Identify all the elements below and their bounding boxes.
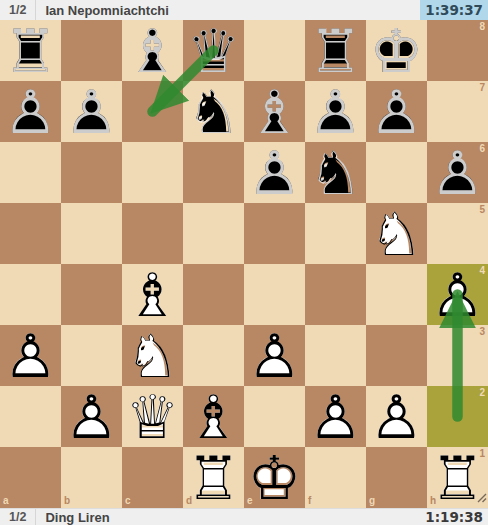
piece-wQ-c2[interactable]: ♛♕ bbox=[122, 386, 183, 447]
piece-wN-c3[interactable]: ♞♘ bbox=[122, 325, 183, 386]
piece-wP-a3[interactable]: ♟♙ bbox=[0, 325, 61, 386]
square-h7[interactable]: 7 bbox=[427, 81, 488, 142]
square-b8[interactable] bbox=[61, 20, 122, 81]
piece-bP-g7[interactable]: ♟♙ bbox=[366, 81, 427, 142]
square-a8[interactable]: ♜♖ bbox=[0, 20, 61, 81]
square-c3[interactable]: ♞♘ bbox=[122, 325, 183, 386]
piece-wK-e1[interactable]: ♚♔ bbox=[244, 447, 305, 508]
square-a4[interactable] bbox=[0, 264, 61, 325]
square-b1[interactable]: b bbox=[61, 447, 122, 508]
square-c8[interactable]: ♝♗ bbox=[122, 20, 183, 81]
bottom-player-bar: 1/2 Ding Liren 1:19:38 bbox=[0, 508, 488, 525]
square-d2[interactable]: ♝♗ bbox=[183, 386, 244, 447]
square-h8[interactable]: 8 bbox=[427, 20, 488, 81]
square-f1[interactable]: f bbox=[305, 447, 366, 508]
square-b5[interactable] bbox=[61, 203, 122, 264]
piece-wR-d1[interactable]: ♜♖ bbox=[183, 447, 244, 508]
square-d4[interactable] bbox=[183, 264, 244, 325]
square-f5[interactable] bbox=[305, 203, 366, 264]
board-resize-handle-icon[interactable] bbox=[476, 489, 487, 507]
piece-bN-d7[interactable]: ♞♘ bbox=[183, 81, 244, 142]
coord-file-f: f bbox=[308, 496, 311, 506]
coord-rank-3: 3 bbox=[479, 327, 485, 337]
square-b7[interactable]: ♟♙ bbox=[61, 81, 122, 142]
square-h2[interactable]: 2 bbox=[427, 386, 488, 447]
square-h6[interactable]: 6♟♙ bbox=[427, 142, 488, 203]
square-d6[interactable] bbox=[183, 142, 244, 203]
square-e6[interactable]: ♟♙ bbox=[244, 142, 305, 203]
piece-bN-f6[interactable]: ♞♘ bbox=[305, 142, 366, 203]
square-d3[interactable] bbox=[183, 325, 244, 386]
square-a6[interactable] bbox=[0, 142, 61, 203]
chess-board: ♜♖♝♗♛♕♜♖♚♔8♟♙♟♙♞♘♝♗♟♙♟♙7♟♙♞♘6♟♙♞♘5♝♗4♟♙♟… bbox=[0, 20, 488, 508]
square-b4[interactable] bbox=[61, 264, 122, 325]
piece-bB-e7[interactable]: ♝♗ bbox=[244, 81, 305, 142]
square-e7[interactable]: ♝♗ bbox=[244, 81, 305, 142]
piece-bP-h6[interactable]: ♟♙ bbox=[427, 142, 488, 203]
piece-wP-f2[interactable]: ♟♙ bbox=[305, 386, 366, 447]
square-e4[interactable] bbox=[244, 264, 305, 325]
square-g3[interactable] bbox=[366, 325, 427, 386]
square-d5[interactable] bbox=[183, 203, 244, 264]
square-f3[interactable] bbox=[305, 325, 366, 386]
piece-wB-c4[interactable]: ♝♗ bbox=[122, 264, 183, 325]
piece-bR-f8[interactable]: ♜♖ bbox=[305, 20, 366, 81]
square-e5[interactable] bbox=[244, 203, 305, 264]
bottom-player-name: Ding Liren bbox=[36, 510, 109, 525]
piece-bB-c8[interactable]: ♝♗ bbox=[122, 20, 183, 81]
square-c7[interactable] bbox=[122, 81, 183, 142]
square-b3[interactable] bbox=[61, 325, 122, 386]
square-d7[interactable]: ♞♘ bbox=[183, 81, 244, 142]
square-c2[interactable]: ♛♕ bbox=[122, 386, 183, 447]
piece-wP-b2[interactable]: ♟♙ bbox=[61, 386, 122, 447]
square-g8[interactable]: ♚♔ bbox=[366, 20, 427, 81]
square-a2[interactable] bbox=[0, 386, 61, 447]
piece-bP-b7[interactable]: ♟♙ bbox=[61, 81, 122, 142]
square-g4[interactable] bbox=[366, 264, 427, 325]
square-b2[interactable]: ♟♙ bbox=[61, 386, 122, 447]
coord-rank-5: 5 bbox=[479, 205, 485, 215]
square-g2[interactable]: ♟♙ bbox=[366, 386, 427, 447]
square-f6[interactable]: ♞♘ bbox=[305, 142, 366, 203]
square-e3[interactable]: ♟♙ bbox=[244, 325, 305, 386]
piece-wB-d2[interactable]: ♝♗ bbox=[183, 386, 244, 447]
square-a7[interactable]: ♟♙ bbox=[0, 81, 61, 142]
square-c1[interactable]: c bbox=[122, 447, 183, 508]
square-g7[interactable]: ♟♙ bbox=[366, 81, 427, 142]
square-d1[interactable]: d♜♖ bbox=[183, 447, 244, 508]
square-c5[interactable] bbox=[122, 203, 183, 264]
piece-bR-a8[interactable]: ♜♖ bbox=[0, 20, 61, 81]
board-container: ♜♖♝♗♛♕♜♖♚♔8♟♙♟♙♞♘♝♗♟♙♟♙7♟♙♞♘6♟♙♞♘5♝♗4♟♙♟… bbox=[0, 20, 488, 508]
piece-bP-a7[interactable]: ♟♙ bbox=[0, 81, 61, 142]
square-c6[interactable] bbox=[122, 142, 183, 203]
square-h3[interactable]: 3 bbox=[427, 325, 488, 386]
coord-file-a: a bbox=[3, 496, 9, 506]
square-f2[interactable]: ♟♙ bbox=[305, 386, 366, 447]
piece-wN-g5[interactable]: ♞♘ bbox=[366, 203, 427, 264]
piece-bP-f7[interactable]: ♟♙ bbox=[305, 81, 366, 142]
top-player-score: 1/2 bbox=[0, 3, 35, 17]
coord-rank-7: 7 bbox=[479, 83, 485, 93]
piece-bK-g8[interactable]: ♚♔ bbox=[366, 20, 427, 81]
square-g5[interactable]: ♞♘ bbox=[366, 203, 427, 264]
square-b6[interactable] bbox=[61, 142, 122, 203]
square-g1[interactable]: g bbox=[366, 447, 427, 508]
piece-bP-e6[interactable]: ♟♙ bbox=[244, 142, 305, 203]
square-c4[interactable]: ♝♗ bbox=[122, 264, 183, 325]
square-g6[interactable] bbox=[366, 142, 427, 203]
square-e8[interactable] bbox=[244, 20, 305, 81]
square-f8[interactable]: ♜♖ bbox=[305, 20, 366, 81]
square-d8[interactable]: ♛♕ bbox=[183, 20, 244, 81]
square-a3[interactable]: ♟♙ bbox=[0, 325, 61, 386]
coord-file-c: c bbox=[125, 496, 131, 506]
square-f7[interactable]: ♟♙ bbox=[305, 81, 366, 142]
square-e2[interactable] bbox=[244, 386, 305, 447]
coord-file-b: b bbox=[64, 496, 70, 506]
top-player-clock: 1:39:37 bbox=[420, 0, 488, 20]
coord-rank-2: 2 bbox=[479, 388, 485, 398]
square-h4[interactable]: 4♟♙ bbox=[427, 264, 488, 325]
bottom-player-score: 1/2 bbox=[0, 510, 35, 524]
piece-bQ-d8[interactable]: ♛♕ bbox=[183, 20, 244, 81]
square-a5[interactable] bbox=[0, 203, 61, 264]
coord-file-g: g bbox=[369, 496, 375, 506]
coord-rank-8: 8 bbox=[479, 22, 485, 32]
square-h5[interactable]: 5 bbox=[427, 203, 488, 264]
square-a1[interactable]: a bbox=[0, 447, 61, 508]
piece-wP-e3[interactable]: ♟♙ bbox=[244, 325, 305, 386]
chess-app: 1/2 Ian Nepomniachtchi 1:39:37 ♜♖♝♗♛♕♜♖♚… bbox=[0, 0, 488, 525]
piece-wP-h4[interactable]: ♟♙ bbox=[427, 264, 488, 325]
piece-wP-g2[interactable]: ♟♙ bbox=[366, 386, 427, 447]
square-e1[interactable]: e♚♔ bbox=[244, 447, 305, 508]
square-f4[interactable] bbox=[305, 264, 366, 325]
